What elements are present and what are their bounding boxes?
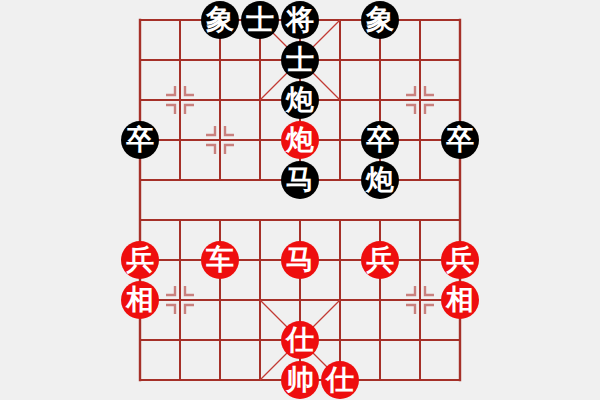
black-king[interactable]: 将: [281, 1, 319, 39]
red-chariot[interactable]: 车: [201, 241, 239, 279]
red-elephant[interactable]: 相: [441, 281, 479, 319]
point-marker: [166, 105, 175, 114]
point-marker: [406, 286, 415, 295]
black-advisor[interactable]: 士: [281, 41, 319, 79]
black-cannon[interactable]: 炮: [361, 161, 399, 199]
point-marker: [166, 286, 175, 295]
red-horse[interactable]: 马: [281, 241, 319, 279]
black-elephant[interactable]: 象: [201, 1, 239, 39]
black-pawn[interactable]: 卒: [361, 121, 399, 159]
red-advisor[interactable]: 仕: [281, 321, 319, 359]
black-pawn[interactable]: 卒: [441, 121, 479, 159]
black-cannon[interactable]: 炮: [281, 81, 319, 119]
red-elephant[interactable]: 相: [121, 281, 159, 319]
point-marker: [206, 145, 215, 154]
point-marker: [425, 286, 434, 295]
red-king[interactable]: 帅: [281, 361, 319, 399]
black-pawn[interactable]: 卒: [121, 121, 159, 159]
point-marker: [225, 126, 234, 135]
xiangqi-app: 象士将象士炮卒炮卒卒马炮兵车马兵兵相相仕帅仕: [0, 0, 600, 400]
point-marker: [406, 305, 415, 314]
red-cannon[interactable]: 炮: [281, 121, 319, 159]
point-marker: [425, 86, 434, 95]
point-marker: [185, 86, 194, 95]
point-marker: [425, 305, 434, 314]
point-marker: [185, 286, 194, 295]
point-marker: [406, 86, 415, 95]
red-advisor[interactable]: 仕: [321, 361, 359, 399]
red-pawn[interactable]: 兵: [121, 241, 159, 279]
point-marker: [185, 305, 194, 314]
point-marker: [206, 126, 215, 135]
black-elephant[interactable]: 象: [361, 1, 399, 39]
point-marker: [166, 305, 175, 314]
black-horse[interactable]: 马: [281, 161, 319, 199]
black-advisor[interactable]: 士: [241, 1, 279, 39]
point-marker: [425, 105, 434, 114]
red-pawn[interactable]: 兵: [361, 241, 399, 279]
point-marker: [185, 105, 194, 114]
red-pawn[interactable]: 兵: [441, 241, 479, 279]
point-marker: [166, 86, 175, 95]
point-marker: [406, 105, 415, 114]
point-marker: [225, 145, 234, 154]
